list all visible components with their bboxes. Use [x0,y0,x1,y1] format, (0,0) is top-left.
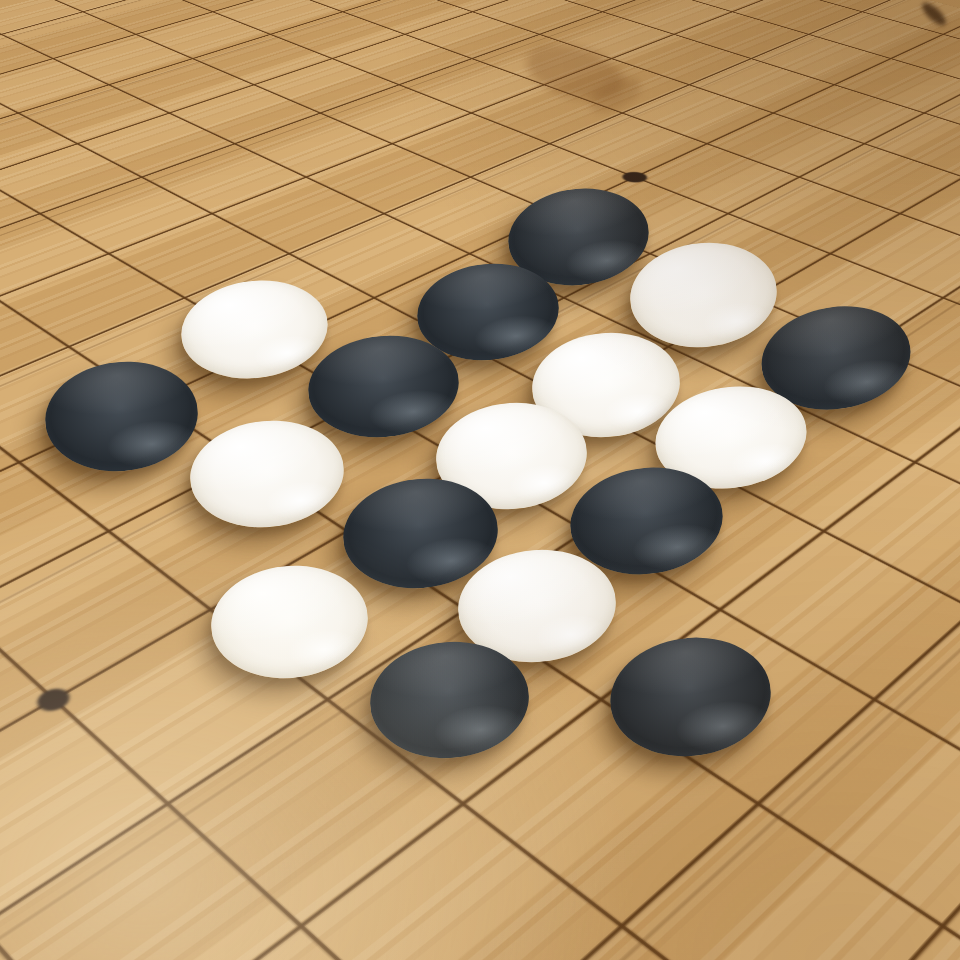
black-stone [39,354,203,478]
white-stone [205,558,373,686]
white-stone [175,272,333,386]
black-stone [603,629,777,766]
scene [0,0,960,960]
stones-layer [0,0,960,960]
white-stone [185,413,349,535]
white-stone [624,236,781,355]
